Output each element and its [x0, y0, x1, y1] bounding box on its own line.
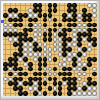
- go-board-widget: [0, 0, 100, 100]
- board-grid: [3, 3, 97, 96]
- intersection-19-19[interactable]: [92, 91, 97, 96]
- white-stone: [92, 91, 97, 96]
- blue-move-marker: [1, 20, 4, 23]
- go-board: [3, 3, 97, 96]
